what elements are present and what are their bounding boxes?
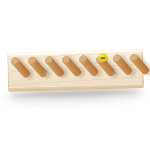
peg-tip-face: [9, 56, 20, 67]
peg-rack-board: [7, 49, 144, 92]
peg-tip-face: [128, 52, 139, 63]
peg-tip-face: [77, 54, 88, 65]
peg-row: [7, 49, 144, 92]
mounting-screw-2: [113, 72, 116, 75]
product-photo: [0, 0, 150, 150]
peg-tip-face: [60, 54, 71, 65]
peg-tip-face: [111, 53, 122, 64]
peg-tip-face: [26, 55, 37, 66]
peg-tip-face: [43, 55, 54, 66]
peg-8: [129, 53, 150, 76]
mounting-screw-1: [45, 71, 48, 74]
